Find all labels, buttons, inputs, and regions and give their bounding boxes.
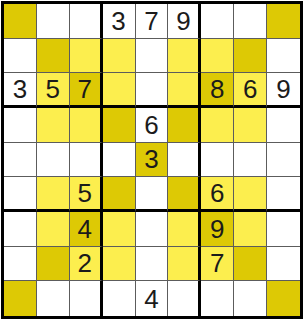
cell-r7c3[interactable]: 4: [70, 212, 103, 247]
cell-r5c9[interactable]: [267, 143, 300, 178]
cell-r7c2[interactable]: [37, 212, 70, 247]
cell-r5c2[interactable]: [37, 143, 70, 178]
cell-r3c5[interactable]: [136, 73, 169, 108]
cell-r4c4[interactable]: [103, 108, 136, 143]
cell-r2c6[interactable]: [168, 39, 201, 74]
sudoku-page: 379357869635649274: [0, 0, 304, 320]
cell-r3c1[interactable]: 3: [4, 73, 37, 108]
cell-r1c6[interactable]: 9: [168, 4, 201, 39]
cell-r9c6[interactable]: [168, 281, 201, 316]
cell-r5c3[interactable]: [70, 143, 103, 178]
cell-r7c5[interactable]: [136, 212, 169, 247]
cell-r3c8[interactable]: 6: [234, 73, 267, 108]
cell-r2c7[interactable]: [201, 39, 234, 74]
cell-r6c1[interactable]: [4, 177, 37, 212]
cell-r8c2[interactable]: [37, 247, 70, 282]
cell-r1c3[interactable]: [70, 4, 103, 39]
cell-r6c5[interactable]: [136, 177, 169, 212]
cell-r4c2[interactable]: [37, 108, 70, 143]
cell-r3c2[interactable]: 5: [37, 73, 70, 108]
cell-r8c4[interactable]: [103, 247, 136, 282]
cell-r8c1[interactable]: [4, 247, 37, 282]
cell-r6c8[interactable]: [234, 177, 267, 212]
cell-r8c9[interactable]: [267, 247, 300, 282]
cell-r6c7[interactable]: 6: [201, 177, 234, 212]
cell-r5c4[interactable]: [103, 143, 136, 178]
cell-r6c2[interactable]: [37, 177, 70, 212]
cell-r1c4[interactable]: 3: [103, 4, 136, 39]
cell-r6c3[interactable]: 5: [70, 177, 103, 212]
cell-r5c6[interactable]: [168, 143, 201, 178]
cell-r6c6[interactable]: [168, 177, 201, 212]
cell-r1c7[interactable]: [201, 4, 234, 39]
cell-r2c5[interactable]: [136, 39, 169, 74]
cell-r7c4[interactable]: [103, 212, 136, 247]
cell-r9c2[interactable]: [37, 281, 70, 316]
cell-r1c8[interactable]: [234, 4, 267, 39]
cell-r8c7[interactable]: 7: [201, 247, 234, 282]
cell-r1c9[interactable]: [267, 4, 300, 39]
cell-r2c1[interactable]: [4, 39, 37, 74]
cell-r9c3[interactable]: [70, 281, 103, 316]
cell-r9c7[interactable]: [201, 281, 234, 316]
cell-r2c4[interactable]: [103, 39, 136, 74]
cell-r5c8[interactable]: [234, 143, 267, 178]
cell-r6c4[interactable]: [103, 177, 136, 212]
cell-r4c9[interactable]: [267, 108, 300, 143]
cell-r3c4[interactable]: [103, 73, 136, 108]
cell-r4c3[interactable]: [70, 108, 103, 143]
cell-r9c8[interactable]: [234, 281, 267, 316]
cell-r8c6[interactable]: [168, 247, 201, 282]
cell-r7c8[interactable]: [234, 212, 267, 247]
cell-r8c5[interactable]: [136, 247, 169, 282]
cell-r1c2[interactable]: [37, 4, 70, 39]
cell-r5c5[interactable]: 3: [136, 143, 169, 178]
cell-r3c9[interactable]: 9: [267, 73, 300, 108]
cell-r9c9[interactable]: [267, 281, 300, 316]
cell-r3c6[interactable]: [168, 73, 201, 108]
cell-r1c5[interactable]: 7: [136, 4, 169, 39]
cell-r8c3[interactable]: 2: [70, 247, 103, 282]
cell-r2c9[interactable]: [267, 39, 300, 74]
cell-r5c1[interactable]: [4, 143, 37, 178]
cell-r7c6[interactable]: [168, 212, 201, 247]
cell-r2c8[interactable]: [234, 39, 267, 74]
cell-r4c6[interactable]: [168, 108, 201, 143]
cell-r1c1[interactable]: [4, 4, 37, 39]
cell-r9c1[interactable]: [4, 281, 37, 316]
cell-r3c7[interactable]: 8: [201, 73, 234, 108]
cell-r6c9[interactable]: [267, 177, 300, 212]
cell-r4c8[interactable]: [234, 108, 267, 143]
cell-r8c8[interactable]: [234, 247, 267, 282]
cell-r4c5[interactable]: 6: [136, 108, 169, 143]
sudoku-board: 379357869635649274: [1, 1, 303, 319]
cell-r4c7[interactable]: [201, 108, 234, 143]
cell-r9c5[interactable]: 4: [136, 281, 169, 316]
cell-r7c7[interactable]: 9: [201, 212, 234, 247]
cell-r4c1[interactable]: [4, 108, 37, 143]
cell-r7c9[interactable]: [267, 212, 300, 247]
cell-r2c2[interactable]: [37, 39, 70, 74]
cell-r3c3[interactable]: 7: [70, 73, 103, 108]
cell-r5c7[interactable]: [201, 143, 234, 178]
cell-r2c3[interactable]: [70, 39, 103, 74]
cell-r9c4[interactable]: [103, 281, 136, 316]
cell-r7c1[interactable]: [4, 212, 37, 247]
